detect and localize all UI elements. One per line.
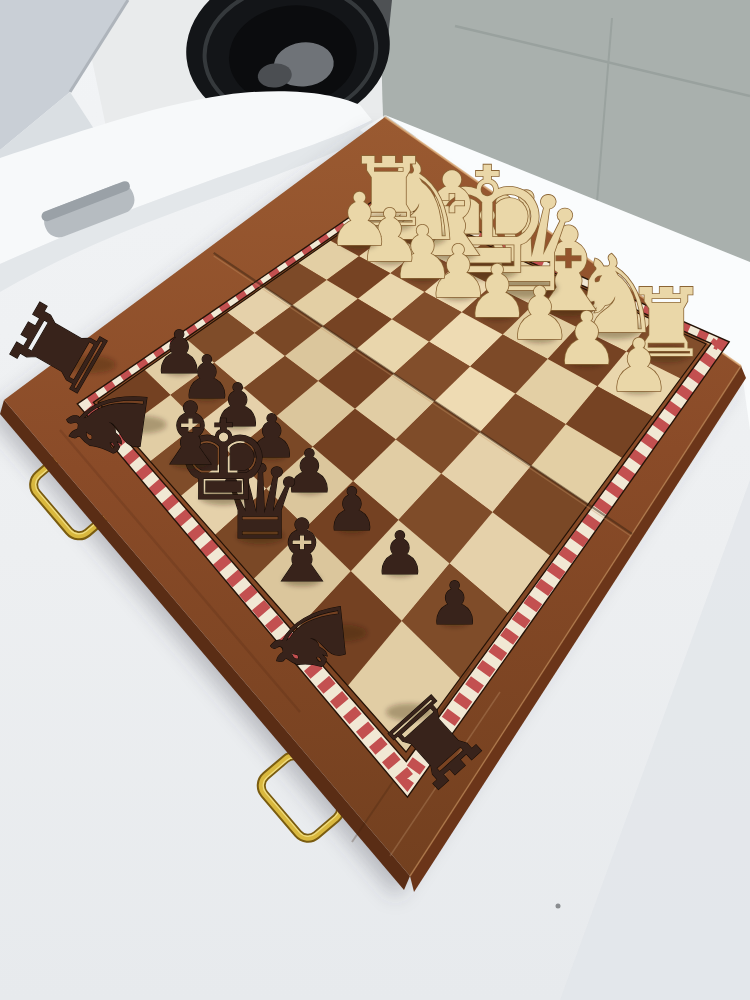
table-speck xyxy=(556,904,561,909)
piece-black-pawn-h7: ♟ xyxy=(153,318,206,387)
scene-svg: ♜♞♝♛♚♝♞♜♟♟♟♟♟♟♟♟♟♟♟♟♟♟♟♟♝♛♚♝♜♞♞♜ xyxy=(0,0,750,1000)
piece-black-pawn-b7: ♟ xyxy=(373,519,426,588)
piece-white-pawn-h2: ♟ xyxy=(327,177,392,262)
kitchen-chessboard-photo: ♜♞♝♛♚♝♞♜♟♟♟♟♟♟♟♟♟♟♟♟♟♟♟♟♝♛♚♝♜♞♞♜ xyxy=(0,0,750,1000)
piece-black-pawn-h7-glyph: ♟ xyxy=(153,318,206,387)
piece-white-pawn-h2-glyph: ♟ xyxy=(327,177,392,262)
piece-black-pawn-a7: ♟ xyxy=(428,569,481,638)
piece-black-pawn-a7-glyph: ♟ xyxy=(428,569,481,638)
piece-black-pawn-b7-glyph: ♟ xyxy=(373,519,426,588)
piece-black-knight-b8-fallen-glyph: ♞ xyxy=(246,588,372,690)
piece-black-knight-b8-fallen: ♞ xyxy=(246,588,372,690)
